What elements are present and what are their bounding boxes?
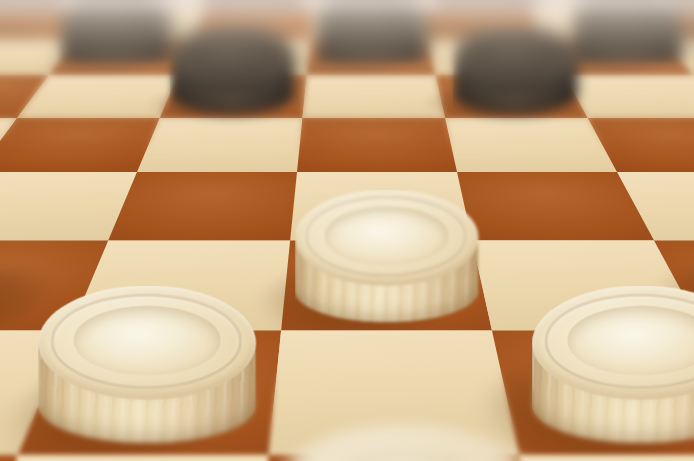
dark-piece	[0, 24, 11, 114]
dark-piece	[59, 0, 172, 72]
dark-piece	[453, 24, 578, 114]
square-r4c6	[445, 118, 617, 172]
square-r6c5	[281, 240, 492, 330]
piece-top	[294, 190, 477, 286]
perspective-scene	[0, 0, 694, 461]
light-piece	[38, 286, 255, 443]
light-piece	[270, 426, 537, 461]
piece-top	[170, 24, 295, 89]
piece-top	[38, 286, 255, 400]
dark-piece	[315, 0, 428, 72]
piece-top	[453, 24, 578, 89]
square-r5c4	[108, 172, 297, 240]
square-r4c7	[588, 118, 694, 172]
checkers-board	[0, 10, 694, 461]
square-r3c4	[160, 75, 307, 118]
light-piece	[294, 190, 477, 323]
square-r3c5	[302, 75, 445, 118]
square-r3c7	[565, 75, 694, 118]
dark-piece	[170, 24, 295, 114]
square-r4c3	[0, 118, 160, 172]
square-r4c5	[297, 118, 457, 172]
light-piece	[532, 286, 694, 443]
square-r2c5	[307, 39, 436, 75]
piece-top	[270, 426, 537, 461]
board-photo	[0, 0, 694, 461]
square-r8c3	[0, 455, 18, 461]
square-r8c5	[250, 455, 559, 461]
square-r4c4	[137, 118, 302, 172]
dark-piece	[571, 0, 684, 72]
square-r3c6	[436, 75, 588, 118]
square-r8c4	[0, 455, 269, 461]
square-r5c6	[457, 172, 654, 240]
square-r7c4	[18, 331, 281, 455]
square-r5c7	[617, 172, 694, 240]
square-r8c6	[519, 455, 694, 461]
